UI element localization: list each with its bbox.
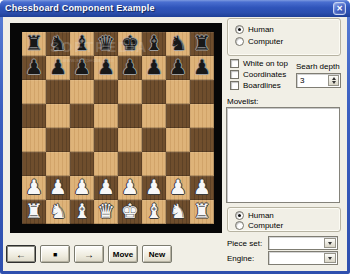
square-f6[interactable] [142,80,166,104]
new-button[interactable]: New [142,245,172,263]
square-e4[interactable] [118,128,142,152]
square-c7[interactable]: ♟ [70,56,94,80]
chevron-down-icon [328,242,332,245]
square-c1[interactable]: ♝ [70,200,94,224]
square-a7[interactable]: ♟ [22,56,46,80]
spinner-buttons[interactable] [328,75,339,86]
square-f2[interactable]: ♟ [142,176,166,200]
piece-black-pawn[interactable]: ♟ [142,56,166,80]
piece-set-dropdown-button[interactable] [324,238,336,248]
radio-human-top-label: Human [248,25,274,34]
square-h2[interactable]: ♟ [190,176,214,200]
square-g5[interactable] [166,104,190,128]
piece-white-knight[interactable]: ♞ [46,200,70,224]
square-g2[interactable]: ♟ [166,176,190,200]
square-f7[interactable]: ♟ [142,56,166,80]
square-c5[interactable] [70,104,94,128]
square-a3[interactable] [22,152,46,176]
square-a4[interactable] [22,128,46,152]
piece-white-pawn[interactable]: ♟ [166,176,190,200]
square-e8[interactable]: ♚ [118,32,142,56]
piece-white-king[interactable]: ♚ [118,200,142,224]
radio-row-human-top[interactable]: Human [235,23,340,35]
piece-white-rook[interactable]: ♜ [190,200,214,224]
square-e1[interactable]: ♚ [118,200,142,224]
check-row-white-on-top[interactable]: White on top [230,58,288,69]
toolbar: ← ■ → Move New [3,245,223,263]
square-e5[interactable] [118,104,142,128]
search-depth-spinedit[interactable]: 3 [296,73,341,88]
piece-black-queen[interactable]: ♛ [94,32,118,56]
square-f5[interactable] [142,104,166,128]
radio-row-computer-top[interactable]: Computer [235,35,340,47]
square-b7[interactable]: ♟ [46,56,70,80]
square-b6[interactable] [46,80,70,104]
app-window: Chessboard Component Example ✕ ♜♞♝♛♚♝♞♜♟… [0,0,350,274]
square-c4[interactable] [70,128,94,152]
square-f1[interactable]: ♝ [142,200,166,224]
square-d5[interactable] [94,104,118,128]
piece-set-label: Piece set: [227,239,262,248]
square-d6[interactable] [94,80,118,104]
piece-black-knight[interactable]: ♞ [166,32,190,56]
radio-computer-top[interactable] [235,37,244,46]
bottom-player-group: Human Computer [227,207,341,232]
square-e3[interactable] [118,152,142,176]
move-button[interactable]: Move [108,245,138,263]
piece-white-pawn[interactable]: ♟ [46,176,70,200]
square-a6[interactable] [22,80,46,104]
square-f3[interactable] [142,152,166,176]
square-d2[interactable]: ♟ [94,176,118,200]
piece-white-bishop[interactable]: ♝ [70,200,94,224]
piece-black-pawn[interactable]: ♟ [118,56,142,80]
radio-human-bottom[interactable] [235,211,244,220]
search-depth-value[interactable]: 3 [300,74,304,87]
piece-black-pawn[interactable]: ♟ [22,56,46,80]
spin-up-icon[interactable] [332,77,336,80]
square-h7[interactable]: ♟ [190,56,214,80]
square-b8[interactable]: ♞ [46,32,70,56]
square-e7[interactable]: ♟ [118,56,142,80]
square-g8[interactable]: ♞ [166,32,190,56]
white-on-top-label: White on top [243,59,288,68]
movelist-label: Movelist: [227,97,259,106]
piece-white-pawn[interactable]: ♟ [142,176,166,200]
square-a5[interactable] [22,104,46,128]
square-g7[interactable]: ♟ [166,56,190,80]
radio-human-top[interactable] [235,25,244,34]
piece-white-knight[interactable]: ♞ [166,200,190,224]
board-options: White on top Coordinates Boardlines [230,58,288,91]
square-a2[interactable]: ♟ [22,176,46,200]
square-b2[interactable]: ♟ [46,176,70,200]
square-g3[interactable] [166,152,190,176]
square-b4[interactable] [46,128,70,152]
engine-label: Engine: [227,254,254,263]
square-c3[interactable] [70,152,94,176]
dialog-client-area: ♜♞♝♛♚♝♞♜♟♟♟♟♟♟♟♟♟♟♟♟♟♟♟♟♜♞♝♛♚♝♞♜ SOFTPED… [3,17,347,271]
forward-button[interactable]: → [74,245,104,263]
piece-black-rook[interactable]: ♜ [190,32,214,56]
piece-set-dropdown[interactable] [268,236,338,250]
square-h4[interactable] [190,128,214,152]
square-d4[interactable] [94,128,118,152]
piece-black-bishop[interactable]: ♝ [70,32,94,56]
stop-button[interactable]: ■ [40,245,70,263]
piece-white-queen[interactable]: ♛ [94,200,118,224]
piece-white-pawn[interactable]: ♟ [22,176,46,200]
square-h8[interactable]: ♜ [190,32,214,56]
piece-black-king[interactable]: ♚ [118,32,142,56]
square-g6[interactable] [166,80,190,104]
movelist-listbox[interactable] [226,107,340,203]
chevron-down-icon [328,257,332,260]
boardlines-label: Boardlines [243,81,281,90]
piece-black-pawn[interactable]: ♟ [190,56,214,80]
board-frame: ♜♞♝♛♚♝♞♜♟♟♟♟♟♟♟♟♟♟♟♟♟♟♟♟♜♞♝♛♚♝♞♜ SOFTPED… [10,23,222,233]
square-b3[interactable] [46,152,70,176]
check-row-boardlines[interactable]: Boardlines [230,80,288,91]
square-h6[interactable] [190,80,214,104]
square-g4[interactable] [166,128,190,152]
white-on-top-checkbox[interactable] [230,59,239,68]
chess-board[interactable]: ♜♞♝♛♚♝♞♜♟♟♟♟♟♟♟♟♟♟♟♟♟♟♟♟♜♞♝♛♚♝♞♜ [22,32,214,224]
piece-white-pawn[interactable]: ♟ [70,176,94,200]
piece-white-pawn[interactable]: ♟ [94,176,118,200]
square-e2[interactable]: ♟ [118,176,142,200]
square-a8[interactable]: ♜ [22,32,46,56]
square-d8[interactable]: ♛ [94,32,118,56]
piece-black-pawn[interactable]: ♟ [46,56,70,80]
piece-white-bishop[interactable]: ♝ [142,200,166,224]
window-title: Chessboard Component Example [5,0,155,17]
piece-black-bishop[interactable]: ♝ [142,32,166,56]
piece-black-pawn[interactable]: ♟ [70,56,94,80]
piece-black-knight[interactable]: ♞ [46,32,70,56]
check-row-coordinates[interactable]: Coordinates [230,69,288,80]
square-b5[interactable] [46,104,70,128]
piece-black-pawn[interactable]: ♟ [166,56,190,80]
square-d7[interactable]: ♟ [94,56,118,80]
radio-row-computer-bottom[interactable]: Computer [235,220,340,230]
coordinates-checkbox[interactable] [230,70,239,79]
square-c2[interactable]: ♟ [70,176,94,200]
engine-dropdown[interactable] [268,251,338,265]
radio-row-human-bottom[interactable]: Human [235,210,340,220]
square-h1[interactable]: ♜ [190,200,214,224]
top-player-group: Human Computer [227,18,341,56]
coordinates-label: Coordinates [243,70,286,79]
radio-computer-bottom[interactable] [235,221,244,230]
square-e6[interactable] [118,80,142,104]
square-a1[interactable]: ♜ [22,200,46,224]
search-depth-label: Searh depth [296,62,340,71]
piece-white-pawn[interactable]: ♟ [118,176,142,200]
radio-computer-bottom-label: Computer [248,221,283,230]
square-b1[interactable]: ♞ [46,200,70,224]
piece-black-pawn[interactable]: ♟ [94,56,118,80]
close-button[interactable]: ✕ [333,2,346,15]
radio-computer-top-label: Computer [248,37,283,46]
square-c8[interactable]: ♝ [70,32,94,56]
square-h5[interactable] [190,104,214,128]
piece-white-pawn[interactable]: ♟ [190,176,214,200]
piece-white-rook[interactable]: ♜ [22,200,46,224]
spin-down-icon[interactable] [332,81,336,84]
square-h3[interactable] [190,152,214,176]
piece-black-rook[interactable]: ♜ [22,32,46,56]
back-button[interactable]: ← [6,245,36,263]
title-bar[interactable]: Chessboard Component Example ✕ [0,0,350,17]
square-f8[interactable]: ♝ [142,32,166,56]
radio-human-bottom-label: Human [248,211,274,220]
close-icon: ✕ [336,5,343,13]
engine-dropdown-button[interactable] [324,253,336,263]
square-c6[interactable] [70,80,94,104]
boardlines-checkbox[interactable] [230,81,239,90]
square-d1[interactable]: ♛ [94,200,118,224]
square-d3[interactable] [94,152,118,176]
square-f4[interactable] [142,128,166,152]
square-g1[interactable]: ♞ [166,200,190,224]
